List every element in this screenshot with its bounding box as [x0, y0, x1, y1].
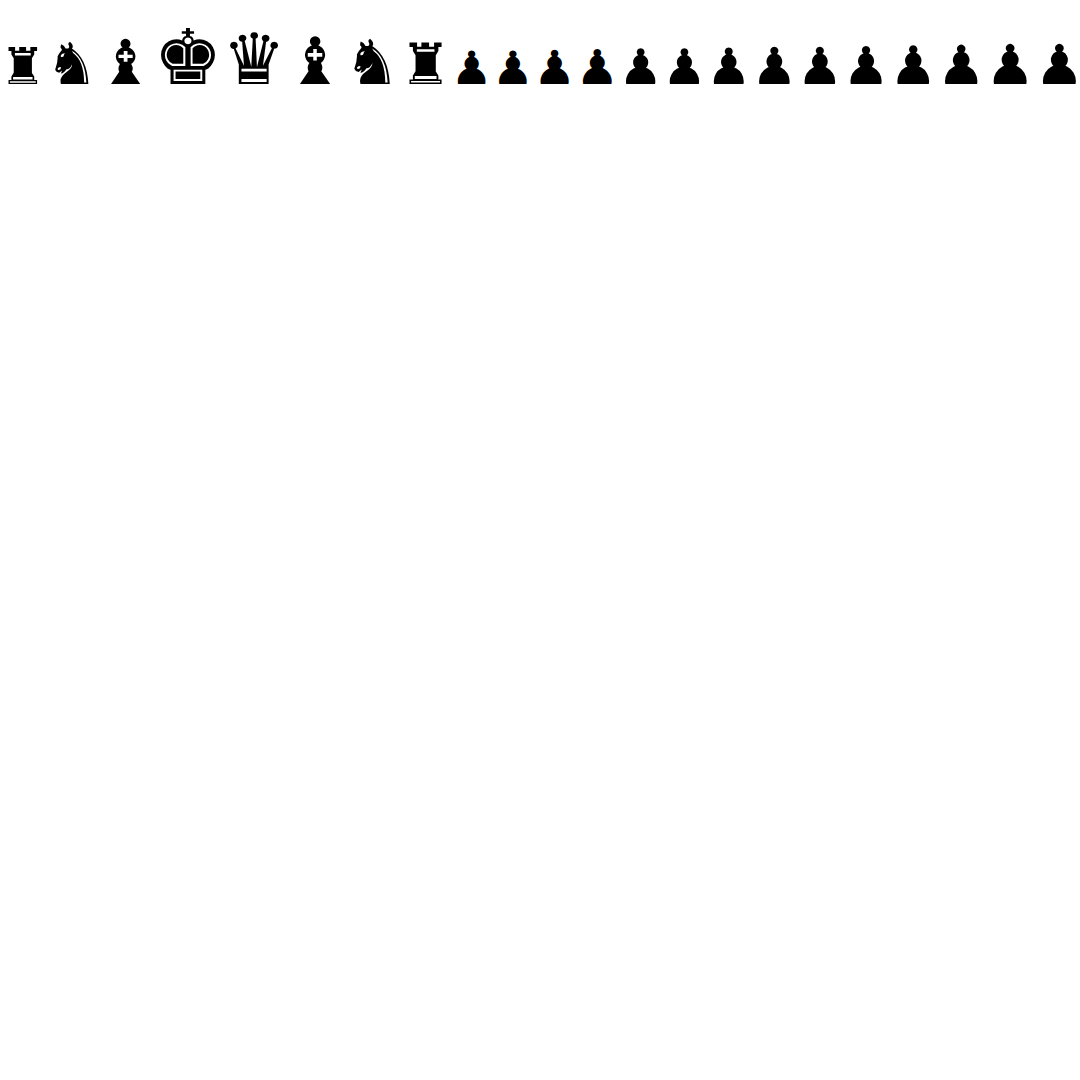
square-f4[interactable]	[623, 625, 713, 706]
square-a1[interactable]	[250, 605, 336, 684]
square-f7[interactable]	[716, 488, 803, 564]
square-e1[interactable]	[467, 736, 558, 821]
pieces-layer: ♜♞♝♚♛♝♞♜♟♟♟♟♟♟♟♟♟♟♟♟♟♟♟♟♜♞♝♚♛♝♞♜	[0, 0, 1080, 105]
square-a2[interactable]	[284, 559, 370, 636]
square-e6[interactable]	[629, 502, 716, 578]
piece-recess-slot	[360, 164, 457, 191]
square-d6[interactable]	[574, 472, 660, 547]
square-b3[interactable]	[370, 545, 456, 622]
silver-rook-h8[interactable]: ♜	[400, 31, 451, 97]
square-e5[interactable]	[598, 547, 686, 625]
chess-board	[195, 261, 1008, 993]
gold-pawn-e2[interactable]: ♟	[985, 33, 1034, 97]
piece-recess-slot	[459, 252, 557, 281]
silver-pawn-h7[interactable]: ♟	[751, 37, 797, 96]
square-c2[interactable]	[390, 622, 478, 702]
square-f1[interactable]	[524, 771, 616, 858]
square-g8[interactable]	[803, 473, 891, 549]
square-d2[interactable]	[445, 654, 534, 736]
square-b2[interactable]	[337, 590, 424, 669]
photo-stage: ♜♞♝♚♛♝♞♜♟♟♟♟♟♟♟♟♟♟♟♟♟♟♟♟♜♞♝♚♛♝♞♜	[0, 0, 1080, 1080]
piece-recess-slot	[684, 360, 782, 389]
piece-recess-slot	[657, 200, 737, 224]
gold-pawn-b2[interactable]: ♟	[843, 36, 890, 96]
piece-recess-slot	[456, 280, 558, 309]
piece-recess-slot	[313, 336, 436, 369]
square-h6[interactable]	[802, 596, 892, 677]
square-f8[interactable]	[746, 443, 833, 518]
square-b6[interactable]	[467, 414, 551, 486]
piece-recess-slot	[464, 200, 555, 227]
square-a8[interactable]	[477, 304, 559, 372]
square-g6[interactable]	[743, 564, 832, 643]
piece-recess-slot	[674, 299, 765, 326]
square-d1[interactable]	[411, 702, 501, 785]
silver-pawn-d7[interactable]: ♟	[576, 39, 619, 95]
square-a3[interactable]	[318, 515, 403, 590]
square-a5[interactable]	[383, 428, 467, 500]
square-e2[interactable]	[501, 687, 591, 770]
silver-pawn-a7[interactable]: ♟	[451, 41, 492, 95]
piece-recess-slot	[467, 177, 555, 203]
square-h5[interactable]	[772, 643, 863, 726]
silver-pawn-b7[interactable]: ♟	[492, 41, 533, 95]
square-d3[interactable]	[478, 608, 566, 688]
square-h3[interactable]	[708, 741, 801, 827]
square-a7[interactable]	[446, 344, 528, 414]
square-f2[interactable]	[558, 721, 649, 806]
square-b1[interactable]	[303, 636, 390, 716]
square-f3[interactable]	[591, 673, 681, 756]
piece-recess-slot	[669, 272, 757, 298]
silver-rook-a8[interactable]: ♜	[0, 37, 46, 96]
silver-pawn-f7[interactable]: ♟	[663, 39, 707, 96]
piece-recess-slot	[570, 290, 665, 318]
gold-pawn-d2[interactable]: ♟	[937, 34, 985, 97]
square-g7[interactable]	[774, 518, 862, 596]
silver-knight-b8[interactable]: ♞	[46, 30, 98, 98]
square-a6[interactable]	[415, 386, 498, 457]
silver-knight-g8[interactable]: ♞	[344, 26, 400, 99]
square-b4[interactable]	[403, 501, 488, 576]
square-h7[interactable]	[832, 549, 921, 628]
square-g4[interactable]	[681, 658, 772, 741]
square-c5[interactable]	[488, 486, 574, 561]
piece-recess-slot	[353, 188, 453, 216]
gold-pawn-f2[interactable]: ♟	[1035, 33, 1080, 97]
square-e4[interactable]	[566, 593, 654, 673]
piece-recess-slot	[661, 222, 743, 247]
square-g2[interactable]	[616, 756, 708, 843]
square-c8[interactable]	[581, 358, 665, 429]
square-e8[interactable]	[690, 414, 776, 487]
silver-pawn-g7[interactable]: ♟	[707, 38, 752, 96]
square-d4[interactable]	[511, 562, 598, 640]
piece-recess-slot	[665, 246, 750, 272]
storage-box	[186, 127, 868, 448]
square-c4[interactable]	[456, 531, 542, 608]
square-c6[interactable]	[520, 443, 605, 517]
silver-bishop-c8[interactable]: ♝	[98, 26, 154, 99]
piece-recess-slot	[679, 328, 773, 356]
square-b8[interactable]	[529, 330, 612, 400]
gold-pawn-a2[interactable]: ♟	[797, 37, 843, 96]
silver-pawn-e7[interactable]: ♟	[619, 39, 663, 96]
silver-pawn-c7[interactable]: ♟	[534, 40, 576, 95]
box-red-felt-tray	[290, 158, 797, 408]
square-c7[interactable]	[551, 400, 635, 472]
piece-recess-slot	[453, 311, 559, 341]
square-h2[interactable]	[676, 791, 769, 879]
piece-recess-slot	[571, 320, 670, 349]
square-h8[interactable]	[862, 503, 951, 581]
gold-pawn-c2[interactable]: ♟	[889, 35, 937, 96]
square-d5[interactable]	[543, 516, 630, 593]
square-b5[interactable]	[435, 457, 520, 531]
piece-recess-slot	[573, 352, 675, 382]
square-e7[interactable]	[660, 458, 746, 533]
silver-bishop-f8[interactable]: ♝	[286, 24, 344, 99]
square-g3[interactable]	[649, 707, 740, 792]
square-d7[interactable]	[605, 429, 690, 503]
square-c3[interactable]	[423, 576, 510, 654]
square-f5[interactable]	[655, 579, 744, 659]
square-g1[interactable]	[583, 806, 676, 895]
piece-recess-slot	[462, 225, 557, 253]
border-ornament-band	[209, 272, 994, 978]
square-h4[interactable]	[740, 692, 832, 777]
square-b7[interactable]	[498, 372, 581, 443]
border-inner-line	[244, 299, 957, 940]
box-wood-frame	[186, 127, 868, 448]
piece-recess-slot	[449, 345, 559, 376]
board-grid	[250, 304, 950, 933]
square-h1[interactable]	[643, 842, 737, 932]
board-outer-line	[203, 267, 1000, 985]
square-a4[interactable]	[351, 471, 435, 545]
board-edge-thickness	[198, 270, 1011, 1002]
piece-recess-slot	[347, 213, 451, 242]
silver-queen-e8[interactable]: ♛	[222, 18, 286, 101]
square-c1[interactable]	[356, 669, 445, 751]
piece-recess-slot	[322, 302, 440, 334]
square-e3[interactable]	[534, 640, 623, 721]
piece-recess-slot	[331, 270, 444, 301]
piece-recess-slot	[339, 240, 447, 270]
piece-recess-slot-vertical	[587, 192, 635, 268]
square-g5[interactable]	[712, 611, 802, 692]
piece-recess-slot	[569, 262, 661, 289]
square-f6[interactable]	[686, 533, 774, 611]
silver-king-d8[interactable]: ♚	[153, 13, 222, 102]
square-d8[interactable]	[635, 386, 720, 458]
